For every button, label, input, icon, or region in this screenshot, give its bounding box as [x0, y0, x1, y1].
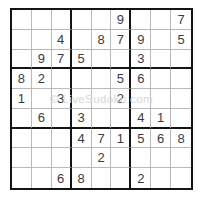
cell-r2c2[interactable]: [32, 30, 52, 50]
cell-r9c5[interactable]: [92, 168, 112, 188]
cell-r3c4: 5: [72, 50, 92, 70]
cell-r8c4[interactable]: [72, 148, 92, 168]
cell-r4c8[interactable]: [151, 69, 171, 89]
cell-r9c9[interactable]: [171, 168, 191, 188]
cell-r9c7: 2: [131, 168, 151, 188]
cell-r5c1: 1: [12, 89, 32, 109]
cell-r3c5[interactable]: [92, 50, 112, 70]
cell-r1c7[interactable]: [131, 10, 151, 30]
cell-r7c4: 4: [72, 129, 92, 149]
cell-r4c3[interactable]: [52, 69, 72, 89]
cell-r2c5: 8: [92, 30, 112, 50]
cell-r6c7: 4: [131, 109, 151, 129]
cell-r6c2: 6: [32, 109, 52, 129]
cell-r6c9[interactable]: [171, 109, 191, 129]
cell-r5c9[interactable]: [171, 89, 191, 109]
cell-r1c6: 9: [111, 10, 131, 30]
cell-r4c6: 5: [111, 69, 131, 89]
cell-r5c6: 2: [111, 89, 131, 109]
cell-r3c8[interactable]: [151, 50, 171, 70]
cell-r4c2: 2: [32, 69, 52, 89]
cell-r4c9[interactable]: [171, 69, 191, 89]
cell-r5c7[interactable]: [131, 89, 151, 109]
cell-r6c4: 3: [72, 109, 92, 129]
cell-r5c2[interactable]: [32, 89, 52, 109]
cell-r4c5[interactable]: [92, 69, 112, 89]
cell-r6c3[interactable]: [52, 109, 72, 129]
cell-r6c5[interactable]: [92, 109, 112, 129]
cell-r1c2[interactable]: [32, 10, 52, 30]
cell-r2c9: 5: [171, 30, 191, 50]
cell-r8c1[interactable]: [12, 148, 32, 168]
cell-r2c6: 7: [111, 30, 131, 50]
cell-r7c1[interactable]: [12, 129, 32, 149]
cell-r7c3[interactable]: [52, 129, 72, 149]
cell-r3c9[interactable]: [171, 50, 191, 70]
cell-r6c8: 1: [151, 109, 171, 129]
cell-r8c5: 2: [92, 148, 112, 168]
cell-r6c6[interactable]: [111, 109, 131, 129]
cell-r7c6: 1: [111, 129, 131, 149]
cell-r5c5[interactable]: [92, 89, 112, 109]
cell-r9c4: 8: [72, 168, 92, 188]
cell-r8c3[interactable]: [52, 148, 72, 168]
cell-r3c6[interactable]: [111, 50, 131, 70]
cell-r2c1[interactable]: [12, 30, 32, 50]
cell-r5c8[interactable]: [151, 89, 171, 109]
cell-r9c3: 6: [52, 168, 72, 188]
cell-r4c4[interactable]: [72, 69, 92, 89]
cell-r6c1[interactable]: [12, 109, 32, 129]
cell-r7c5: 7: [92, 129, 112, 149]
cell-r9c2[interactable]: [32, 168, 52, 188]
cell-r7c2[interactable]: [32, 129, 52, 149]
cell-r7c7: 5: [131, 129, 151, 149]
cell-r5c4[interactable]: [72, 89, 92, 109]
cell-r3c3: 7: [52, 50, 72, 70]
cell-r9c6[interactable]: [111, 168, 131, 188]
cell-r2c4[interactable]: [72, 30, 92, 50]
sudoku-page: © LiveSudoku.com 97487959753825613263414…: [0, 0, 200, 200]
cell-r7c8: 6: [151, 129, 171, 149]
cell-r9c1[interactable]: [12, 168, 32, 188]
cell-r8c2[interactable]: [32, 148, 52, 168]
cell-r8c8[interactable]: [151, 148, 171, 168]
cell-r1c8[interactable]: [151, 10, 171, 30]
cell-r5c3: 3: [52, 89, 72, 109]
cell-r2c3: 4: [52, 30, 72, 50]
cell-r3c1[interactable]: [12, 50, 32, 70]
cell-r1c9: 7: [171, 10, 191, 30]
sudoku-board: © LiveSudoku.com 97487959753825613263414…: [10, 8, 193, 190]
cell-r1c4[interactable]: [72, 10, 92, 30]
cell-r1c3[interactable]: [52, 10, 72, 30]
cell-r1c1[interactable]: [12, 10, 32, 30]
cell-r8c6[interactable]: [111, 148, 131, 168]
cell-r2c7: 9: [131, 30, 151, 50]
cell-r4c7: 6: [131, 69, 151, 89]
cell-r3c7: 3: [131, 50, 151, 70]
cell-r9c8[interactable]: [151, 168, 171, 188]
cell-r1c5[interactable]: [92, 10, 112, 30]
cell-r3c2: 9: [32, 50, 52, 70]
cell-r8c7[interactable]: [131, 148, 151, 168]
cell-r4c1: 8: [12, 69, 32, 89]
cell-r2c8[interactable]: [151, 30, 171, 50]
cell-r7c9: 8: [171, 129, 191, 149]
cell-r8c9[interactable]: [171, 148, 191, 168]
